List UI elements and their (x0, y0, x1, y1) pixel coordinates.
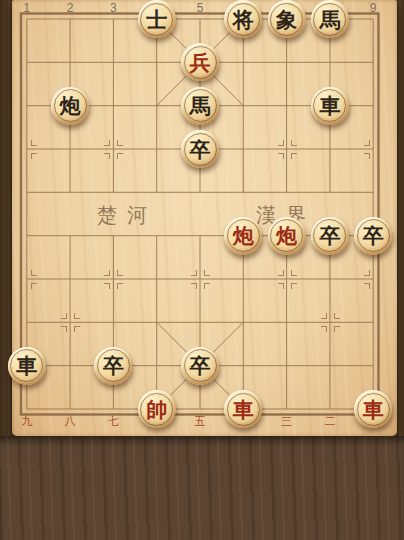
file-label-top-1: 1 (23, 1, 30, 15)
piece-black-車[interactable]: 車 (8, 347, 46, 385)
piece-black-車[interactable]: 車 (311, 87, 349, 125)
point-marker-bracket (117, 283, 123, 289)
piece-red-炮[interactable]: 炮 (224, 217, 262, 255)
point-marker-bracket (364, 270, 370, 276)
point-marker-bracket (31, 140, 37, 146)
piece-glyph: 馬 (319, 9, 340, 30)
point-marker-bracket (31, 153, 37, 159)
point-marker-bracket (364, 153, 370, 159)
status-bar: 步数:0 00:03 评论300 江西龙网桐 (0, 436, 404, 540)
piece-black-象[interactable]: 象 (268, 0, 306, 38)
piece-glyph: 卒 (190, 355, 211, 376)
piece-black-卒[interactable]: 卒 (94, 347, 132, 385)
file-label-bottom-七: 七 (108, 414, 119, 429)
point-marker-bracket (291, 283, 297, 289)
point-marker-bracket (31, 270, 37, 276)
point-marker-bracket (104, 283, 110, 289)
piece-glyph: 車 (233, 399, 254, 420)
point-marker-bracket (278, 283, 284, 289)
file-label-bottom-五: 五 (195, 414, 206, 429)
file-label-top-2: 2 (67, 1, 74, 15)
piece-black-馬[interactable]: 馬 (181, 87, 219, 125)
piece-glyph: 馬 (190, 95, 211, 116)
piece-glyph: 炮 (233, 225, 254, 246)
piece-glyph: 帥 (146, 399, 167, 420)
xiangqi-app: 123456789 九八七六五四三二一 楚河 漢界 士将象馬兵炮馬車卒炮炮卒卒車… (0, 0, 404, 540)
point-marker-bracket (61, 326, 67, 332)
point-marker-bracket (204, 270, 210, 276)
piece-glyph: 炮 (60, 95, 81, 116)
file-label-top-3: 3 (110, 1, 117, 15)
river-label-chuhe: 楚河 (97, 202, 157, 229)
file-label-top-9: 9 (370, 1, 377, 15)
piece-glyph: 象 (276, 9, 297, 30)
piece-glyph: 卒 (190, 139, 211, 160)
piece-black-馬[interactable]: 馬 (311, 0, 349, 38)
piece-red-炮[interactable]: 炮 (268, 217, 306, 255)
piece-red-帥[interactable]: 帥 (138, 390, 176, 428)
point-marker-bracket (117, 153, 123, 159)
point-marker-bracket (278, 140, 284, 146)
piece-glyph: 炮 (276, 225, 297, 246)
point-marker-bracket (291, 270, 297, 276)
point-marker-bracket (31, 283, 37, 289)
piece-glyph: 兵 (190, 52, 211, 73)
piece-glyph: 卒 (103, 355, 124, 376)
piece-black-卒[interactable]: 卒 (354, 217, 392, 255)
file-label-bottom-三: 三 (281, 414, 292, 429)
point-marker-bracket (204, 283, 210, 289)
point-marker-bracket (191, 270, 197, 276)
piece-black-卒[interactable]: 卒 (181, 347, 219, 385)
file-label-top-5: 5 (197, 1, 204, 15)
piece-black-卒[interactable]: 卒 (311, 217, 349, 255)
piece-glyph: 車 (16, 355, 37, 376)
piece-red-車[interactable]: 車 (354, 390, 392, 428)
point-marker-bracket (61, 313, 67, 319)
point-marker-bracket (104, 153, 110, 159)
point-marker-bracket (278, 153, 284, 159)
piece-glyph: 卒 (363, 225, 384, 246)
piece-glyph: 車 (363, 399, 384, 420)
file-label-bottom-九: 九 (21, 414, 32, 429)
point-marker-bracket (191, 283, 197, 289)
piece-glyph: 士 (146, 9, 167, 30)
piece-black-卒[interactable]: 卒 (181, 130, 219, 168)
point-marker-bracket (104, 140, 110, 146)
point-marker-bracket (334, 326, 340, 332)
point-marker-bracket (321, 326, 327, 332)
file-label-bottom-八: 八 (65, 414, 76, 429)
piece-glyph: 車 (319, 95, 340, 116)
point-marker-bracket (117, 270, 123, 276)
file-label-bottom-二: 二 (324, 414, 335, 429)
piece-glyph: 卒 (319, 225, 340, 246)
point-marker-bracket (334, 313, 340, 319)
point-marker-bracket (117, 140, 123, 146)
point-marker-bracket (364, 283, 370, 289)
point-marker-bracket (291, 140, 297, 146)
point-marker-bracket (74, 313, 80, 319)
point-marker-bracket (74, 326, 80, 332)
point-marker-bracket (321, 313, 327, 319)
point-marker-bracket (364, 140, 370, 146)
point-marker-bracket (104, 270, 110, 276)
point-marker-bracket (291, 153, 297, 159)
piece-glyph: 将 (233, 9, 254, 30)
piece-black-炮[interactable]: 炮 (51, 87, 89, 125)
point-marker-bracket (278, 270, 284, 276)
piece-black-士[interactable]: 士 (138, 0, 176, 38)
